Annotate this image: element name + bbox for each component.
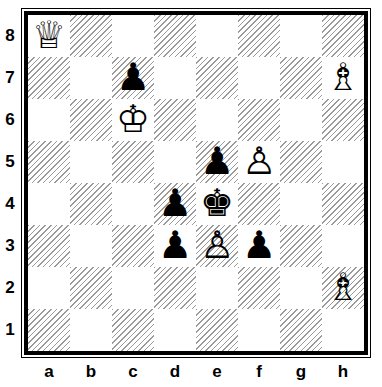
file-label-c: c	[112, 358, 154, 385]
square-d8	[154, 15, 196, 57]
square-b3	[70, 225, 112, 267]
black-pawn: ♟	[200, 141, 234, 182]
square-b7	[70, 57, 112, 99]
square-e8	[196, 15, 238, 57]
square-c1	[112, 309, 154, 351]
square-e3: ♙	[196, 225, 238, 267]
square-d6	[154, 99, 196, 141]
square-f7	[238, 57, 280, 99]
white-bishop: ♗	[326, 267, 360, 308]
square-f1	[238, 309, 280, 351]
square-c5	[112, 141, 154, 183]
rank-label-2: 2	[0, 267, 20, 309]
square-c8	[112, 15, 154, 57]
square-e2	[196, 267, 238, 309]
square-a4	[28, 183, 70, 225]
file-label-h: h	[322, 358, 364, 385]
square-h3	[322, 225, 364, 267]
square-h1	[322, 309, 364, 351]
white-pawn: ♙	[200, 225, 234, 266]
file-labels: abcdefgh	[28, 358, 364, 385]
white-king: ♔	[116, 99, 150, 140]
square-g3	[280, 225, 322, 267]
white-pawn: ♙	[242, 141, 276, 182]
square-g6	[280, 99, 322, 141]
square-d1	[154, 309, 196, 351]
square-f5: ♙	[238, 141, 280, 183]
square-d2	[154, 267, 196, 309]
chess-board: ♕♟♗♔♟♙♟♚♟♙♟♗	[28, 15, 364, 351]
square-f3: ♟	[238, 225, 280, 267]
file-label-e: e	[196, 358, 238, 385]
rank-label-8: 8	[0, 15, 20, 57]
square-d3: ♟	[154, 225, 196, 267]
square-g2	[280, 267, 322, 309]
square-h4	[322, 183, 364, 225]
chess-diagram: 87654321 ♕♟♗♔♟♙♟♚♟♙♟♗ abcdefgh	[0, 0, 382, 387]
black-pawn: ♟	[242, 225, 276, 266]
white-bishop: ♗	[326, 57, 360, 98]
square-g5	[280, 141, 322, 183]
square-a3	[28, 225, 70, 267]
square-a1	[28, 309, 70, 351]
black-pawn: ♟	[158, 183, 192, 224]
file-label-g: g	[280, 358, 322, 385]
square-e5: ♟	[196, 141, 238, 183]
square-h5	[322, 141, 364, 183]
square-h8	[322, 15, 364, 57]
square-e1	[196, 309, 238, 351]
square-g4	[280, 183, 322, 225]
square-d7	[154, 57, 196, 99]
square-b2	[70, 267, 112, 309]
square-a7	[28, 57, 70, 99]
square-f4	[238, 183, 280, 225]
square-c7: ♟	[112, 57, 154, 99]
square-e7	[196, 57, 238, 99]
file-label-f: f	[238, 358, 280, 385]
square-a6	[28, 99, 70, 141]
square-b6	[70, 99, 112, 141]
square-g7	[280, 57, 322, 99]
square-g8	[280, 15, 322, 57]
square-a5	[28, 141, 70, 183]
square-h6	[322, 99, 364, 141]
black-pawn: ♟	[116, 57, 150, 98]
rank-label-7: 7	[0, 57, 20, 99]
board-inner-border: ♕♟♗♔♟♙♟♚♟♙♟♗	[24, 11, 368, 355]
square-b5	[70, 141, 112, 183]
rank-label-3: 3	[0, 225, 20, 267]
square-f8	[238, 15, 280, 57]
square-e4: ♚	[196, 183, 238, 225]
file-label-a: a	[28, 358, 70, 385]
rank-label-6: 6	[0, 99, 20, 141]
square-c2	[112, 267, 154, 309]
square-d5	[154, 141, 196, 183]
square-a2	[28, 267, 70, 309]
square-b4	[70, 183, 112, 225]
square-e6	[196, 99, 238, 141]
square-c4	[112, 183, 154, 225]
square-h2: ♗	[322, 267, 364, 309]
square-f6	[238, 99, 280, 141]
square-c3	[112, 225, 154, 267]
rank-label-4: 4	[0, 183, 20, 225]
rank-label-5: 5	[0, 141, 20, 183]
square-f2	[238, 267, 280, 309]
board-frame: ♕♟♗♔♟♙♟♚♟♙♟♗	[21, 8, 371, 358]
square-h7: ♗	[322, 57, 364, 99]
square-c6: ♔	[112, 99, 154, 141]
square-d4: ♟	[154, 183, 196, 225]
rank-labels: 87654321	[0, 15, 20, 351]
square-b1	[70, 309, 112, 351]
square-g1	[280, 309, 322, 351]
file-label-d: d	[154, 358, 196, 385]
black-pawn: ♟	[158, 225, 192, 266]
rank-label-1: 1	[0, 309, 20, 351]
square-b8	[70, 15, 112, 57]
black-king: ♚	[200, 183, 234, 224]
square-a8: ♕	[28, 15, 70, 57]
file-label-b: b	[70, 358, 112, 385]
white-queen: ♕	[32, 15, 66, 56]
